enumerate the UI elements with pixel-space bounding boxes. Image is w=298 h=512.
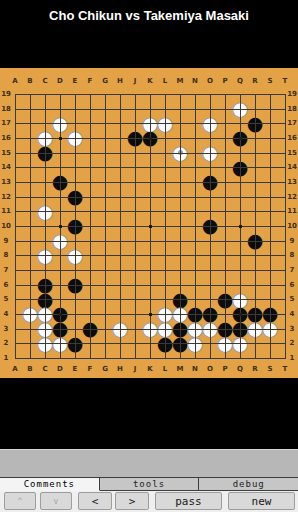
grid-line xyxy=(15,270,286,271)
row-label: 15 xyxy=(0,149,12,157)
column-label: F xyxy=(83,365,97,373)
column-label: D xyxy=(53,365,67,373)
grid-line xyxy=(225,94,226,359)
column-label: F xyxy=(83,77,97,85)
next-move-button[interactable]: > xyxy=(115,492,149,510)
row-label: 11 xyxy=(0,207,12,215)
grid-line xyxy=(15,241,286,242)
grid-line xyxy=(15,299,286,300)
grid-line xyxy=(210,94,211,359)
star-point xyxy=(239,225,242,228)
row-label: 17 xyxy=(286,119,298,127)
row-label: 13 xyxy=(0,178,12,186)
column-label: L xyxy=(158,365,172,373)
star-point xyxy=(149,313,152,316)
go-board[interactable]: ●●●●●●●●●●●●●●●●●●●●●●●●●●●●●●●●●●●●●●●●… xyxy=(0,68,298,378)
row-label: 16 xyxy=(286,134,298,142)
row-label: 9 xyxy=(0,237,12,245)
row-label: 14 xyxy=(0,163,12,171)
row-label: 7 xyxy=(286,266,298,274)
grid-line xyxy=(165,94,166,359)
row-label: 9 xyxy=(286,237,298,245)
column-label: P xyxy=(218,77,232,85)
row-label: 19 xyxy=(0,90,12,98)
row-label: 8 xyxy=(286,251,298,259)
row-label: 4 xyxy=(286,310,298,318)
column-label: H xyxy=(113,365,127,373)
row-label: 8 xyxy=(0,251,12,259)
column-label: E xyxy=(68,77,82,85)
row-label: 1 xyxy=(0,354,12,362)
grid-line xyxy=(255,94,256,359)
column-label: P xyxy=(218,365,232,373)
star-point xyxy=(59,137,62,140)
tab-comments[interactable]: Comments xyxy=(0,478,100,491)
column-label: J xyxy=(128,77,142,85)
star-point xyxy=(59,225,62,228)
row-label: 11 xyxy=(286,207,298,215)
star-point xyxy=(239,313,242,316)
column-label: K xyxy=(143,365,157,373)
row-label: 7 xyxy=(0,266,12,274)
column-label: N xyxy=(188,77,202,85)
column-label: C xyxy=(38,365,52,373)
row-label: 18 xyxy=(0,105,12,113)
column-label: K xyxy=(143,77,157,85)
column-label: D xyxy=(53,77,67,85)
star-point xyxy=(239,137,242,140)
column-label: G xyxy=(98,365,112,373)
row-label: 19 xyxy=(286,90,298,98)
move-up-button[interactable]: ^ xyxy=(4,492,36,510)
row-label: 3 xyxy=(0,325,12,333)
row-label: 6 xyxy=(286,281,298,289)
row-label: 15 xyxy=(286,149,298,157)
column-label: R xyxy=(248,365,262,373)
title-bar: Cho Chikun vs Takemiya Masaki xyxy=(0,0,298,68)
move-down-button[interactable]: v xyxy=(40,492,72,510)
row-label: 16 xyxy=(0,134,12,142)
lower-black-strip xyxy=(0,378,298,449)
row-label: 3 xyxy=(286,325,298,333)
column-label: B xyxy=(23,365,37,373)
row-label: 12 xyxy=(0,193,12,201)
row-label: 1 xyxy=(286,354,298,362)
grid-line xyxy=(270,94,271,359)
row-label: 6 xyxy=(0,281,12,289)
page-title: Cho Chikun vs Takemiya Masaki xyxy=(0,8,298,23)
star-point xyxy=(59,313,62,316)
grid-line xyxy=(15,358,286,359)
column-label: H xyxy=(113,77,127,85)
column-label: N xyxy=(188,365,202,373)
row-label: 12 xyxy=(286,193,298,201)
row-label: 4 xyxy=(0,310,12,318)
button-bar: ^ v < > pass new xyxy=(0,491,298,512)
column-label: Q xyxy=(233,365,247,373)
tab-bar: Comments tools debug xyxy=(0,477,298,491)
row-label: 10 xyxy=(0,222,12,230)
new-game-button[interactable]: new xyxy=(228,492,295,510)
row-label: 18 xyxy=(286,105,298,113)
column-label: R xyxy=(248,77,262,85)
column-label: S xyxy=(263,365,277,373)
grid-line xyxy=(15,343,286,344)
column-label: A xyxy=(8,365,22,373)
column-label: L xyxy=(158,77,172,85)
column-label: S xyxy=(263,77,277,85)
column-label: Q xyxy=(233,77,247,85)
star-point xyxy=(149,225,152,228)
tab-debug[interactable]: debug xyxy=(199,478,298,491)
row-label: 2 xyxy=(0,339,12,347)
star-point xyxy=(149,137,152,140)
grid-line xyxy=(180,94,181,359)
column-label: O xyxy=(203,365,217,373)
column-label: A xyxy=(8,77,22,85)
row-label: 5 xyxy=(286,295,298,303)
grid-line xyxy=(15,285,286,286)
pass-button[interactable]: pass xyxy=(155,492,222,510)
row-label: 17 xyxy=(0,119,12,127)
prev-move-button[interactable]: < xyxy=(78,492,112,510)
grid-line xyxy=(15,329,286,330)
column-label: B xyxy=(23,77,37,85)
row-label: 2 xyxy=(286,339,298,347)
row-label: 13 xyxy=(286,178,298,186)
column-label: G xyxy=(98,77,112,85)
row-label: 5 xyxy=(0,295,12,303)
column-label: O xyxy=(203,77,217,85)
column-label: M xyxy=(173,77,187,85)
tab-tools[interactable]: tools xyxy=(100,478,200,491)
column-label: M xyxy=(173,365,187,373)
column-label: C xyxy=(38,77,52,85)
column-label: E xyxy=(68,365,82,373)
grid-line xyxy=(15,255,286,256)
capture-slider-bar: 0 0 xyxy=(0,449,298,477)
row-label: 10 xyxy=(286,222,298,230)
column-label: J xyxy=(128,365,142,373)
grid-line xyxy=(195,94,196,359)
column-label: T xyxy=(278,365,292,373)
row-label: 14 xyxy=(286,163,298,171)
column-label: T xyxy=(278,77,292,85)
